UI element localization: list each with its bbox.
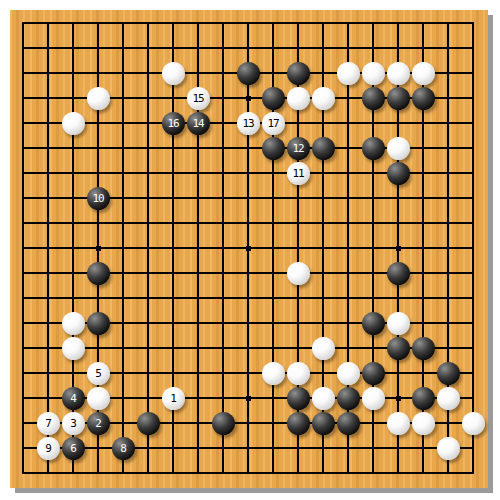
go-board[interactable]: 1516141317121110541732968: [10, 10, 488, 488]
stone-black[interactable]: [412, 387, 435, 410]
grid-line-vertical: [472, 22, 474, 474]
stone-white[interactable]: [312, 87, 335, 110]
stone-black[interactable]: 12: [287, 137, 310, 160]
stone-black[interactable]: [287, 62, 310, 85]
stone-white[interactable]: [387, 412, 410, 435]
stone-black[interactable]: [362, 312, 385, 335]
stone-black[interactable]: [337, 387, 360, 410]
stone-black[interactable]: [362, 137, 385, 160]
move-number: 2: [95, 418, 101, 429]
grid-line-horizontal: [22, 472, 474, 474]
move-number: 3: [70, 418, 76, 429]
stone-white[interactable]: [287, 87, 310, 110]
stone-white[interactable]: 1: [162, 387, 185, 410]
star-point: [246, 396, 251, 401]
stone-white[interactable]: 9: [37, 437, 60, 460]
star-point: [246, 246, 251, 251]
stone-black[interactable]: 4: [62, 387, 85, 410]
stone-white[interactable]: 13: [237, 112, 260, 135]
stone-black[interactable]: [212, 412, 235, 435]
stone-black[interactable]: 6: [62, 437, 85, 460]
stone-white[interactable]: [437, 387, 460, 410]
stone-white[interactable]: [87, 387, 110, 410]
stone-black[interactable]: [312, 137, 335, 160]
stone-white[interactable]: 17: [262, 112, 285, 135]
move-number: 7: [45, 418, 51, 429]
move-number: 14: [192, 118, 203, 129]
stone-black[interactable]: [412, 87, 435, 110]
move-number: 4: [70, 393, 76, 404]
stone-white[interactable]: [87, 87, 110, 110]
stone-black[interactable]: [412, 337, 435, 360]
move-number: 15: [192, 93, 203, 104]
stone-white[interactable]: [412, 62, 435, 85]
stone-white[interactable]: [62, 112, 85, 135]
stone-black[interactable]: [437, 362, 460, 385]
stone-white[interactable]: [162, 62, 185, 85]
stone-black[interactable]: 14: [187, 112, 210, 135]
stone-white[interactable]: [312, 337, 335, 360]
go-diagram-page: { "game": "go", "board": { "size": 19, "…: [0, 0, 500, 500]
star-point: [246, 96, 251, 101]
stone-white[interactable]: [62, 337, 85, 360]
stone-black[interactable]: [312, 412, 335, 435]
stone-white[interactable]: [312, 387, 335, 410]
stone-white[interactable]: [462, 412, 485, 435]
move-number: 9: [45, 443, 51, 454]
move-number: 6: [70, 443, 76, 454]
star-point: [96, 246, 101, 251]
stone-black[interactable]: [387, 87, 410, 110]
stone-white[interactable]: 7: [37, 412, 60, 435]
move-number: 16: [167, 118, 178, 129]
stone-black[interactable]: [387, 262, 410, 285]
stone-black[interactable]: [262, 87, 285, 110]
move-number: 12: [292, 143, 303, 154]
stone-black[interactable]: [137, 412, 160, 435]
stone-white[interactable]: [362, 387, 385, 410]
move-number: 11: [292, 168, 303, 179]
move-number: 8: [120, 443, 126, 454]
stone-white[interactable]: [387, 62, 410, 85]
stone-white[interactable]: [362, 62, 385, 85]
star-point: [396, 396, 401, 401]
stone-white[interactable]: 3: [62, 412, 85, 435]
grid-line-horizontal: [22, 447, 474, 449]
stone-white[interactable]: [287, 362, 310, 385]
stone-white[interactable]: [412, 412, 435, 435]
move-number: 10: [92, 193, 103, 204]
move-number: 5: [95, 368, 101, 379]
stone-black[interactable]: [87, 312, 110, 335]
stone-white[interactable]: [62, 312, 85, 335]
stone-black[interactable]: [87, 262, 110, 285]
stone-white[interactable]: [387, 312, 410, 335]
grid-line-horizontal: [22, 297, 474, 299]
move-number: 13: [242, 118, 253, 129]
stone-black[interactable]: [287, 387, 310, 410]
stone-white[interactable]: 15: [187, 87, 210, 110]
stone-white[interactable]: 11: [287, 162, 310, 185]
stone-white[interactable]: [337, 62, 360, 85]
stone-black[interactable]: 2: [87, 412, 110, 435]
stone-white[interactable]: 5: [87, 362, 110, 385]
move-number: 17: [267, 118, 278, 129]
stone-white[interactable]: [287, 262, 310, 285]
stone-white[interactable]: [437, 437, 460, 460]
stone-black[interactable]: [387, 162, 410, 185]
stone-white[interactable]: [337, 362, 360, 385]
star-point: [396, 246, 401, 251]
move-number: 1: [170, 393, 176, 404]
stone-black[interactable]: [337, 412, 360, 435]
stone-black[interactable]: [362, 362, 385, 385]
stone-black[interactable]: [287, 412, 310, 435]
stone-white[interactable]: [387, 137, 410, 160]
stone-black[interactable]: [387, 337, 410, 360]
stone-black[interactable]: [237, 62, 260, 85]
stone-black[interactable]: 10: [87, 187, 110, 210]
stone-black[interactable]: 16: [162, 112, 185, 135]
stone-black[interactable]: [262, 137, 285, 160]
stone-black[interactable]: 8: [112, 437, 135, 460]
stone-black[interactable]: [362, 87, 385, 110]
stone-white[interactable]: [262, 362, 285, 385]
